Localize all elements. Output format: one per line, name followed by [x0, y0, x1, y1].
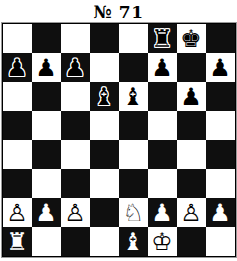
square-g4	[177, 140, 206, 169]
square-c6	[61, 82, 90, 111]
square-b7: ♟	[32, 53, 61, 82]
square-d5	[90, 111, 119, 140]
square-g8: ♚	[177, 24, 206, 53]
white-pawn: ♟	[151, 201, 173, 225]
square-g2: ♙	[177, 198, 206, 227]
black-pawn: ♟	[6, 56, 28, 80]
square-g1	[177, 227, 206, 256]
white-rook: ♜	[6, 230, 28, 254]
square-d4	[90, 140, 119, 169]
square-b1	[32, 227, 61, 256]
square-c7: ♟	[61, 53, 90, 82]
white-knight: ♘	[122, 201, 144, 225]
white-bishop: ♝	[122, 230, 144, 254]
square-a3	[3, 169, 32, 198]
square-d2	[90, 198, 119, 227]
square-d3	[90, 169, 119, 198]
square-a6	[3, 82, 32, 111]
white-pawn: ♙	[180, 201, 202, 225]
square-e5	[119, 111, 148, 140]
white-pawn: ♟	[35, 201, 57, 225]
square-c2: ♙	[61, 198, 90, 227]
square-f7: ♟	[148, 53, 177, 82]
square-a8	[3, 24, 32, 53]
square-b3	[32, 169, 61, 198]
black-pawn: ♟	[64, 56, 86, 80]
black-rook: ♜	[151, 27, 173, 51]
square-g7	[177, 53, 206, 82]
black-bishop: ♝	[122, 85, 144, 109]
square-b8	[32, 24, 61, 53]
square-b2: ♟	[32, 198, 61, 227]
white-pawn: ♙	[6, 201, 28, 225]
square-h3	[206, 169, 235, 198]
square-c1	[61, 227, 90, 256]
square-f8: ♜	[148, 24, 177, 53]
square-c3	[61, 169, 90, 198]
square-b4	[32, 140, 61, 169]
square-a2: ♙	[3, 198, 32, 227]
square-b5	[32, 111, 61, 140]
white-pawn: ♙	[64, 201, 86, 225]
square-d8	[90, 24, 119, 53]
square-g3	[177, 169, 206, 198]
square-e7	[119, 53, 148, 82]
black-pawn: ♟	[35, 56, 57, 80]
square-e1: ♝	[119, 227, 148, 256]
square-f5	[148, 111, 177, 140]
square-c8	[61, 24, 90, 53]
black-pawn: ♟	[151, 56, 173, 80]
square-h6	[206, 82, 235, 111]
square-a1: ♜	[3, 227, 32, 256]
square-e4	[119, 140, 148, 169]
square-g6: ♟	[177, 82, 206, 111]
square-f3	[148, 169, 177, 198]
diagram-number: № 71	[0, 0, 237, 23]
black-pawn: ♟	[180, 85, 202, 109]
square-h1	[206, 227, 235, 256]
square-g5	[177, 111, 206, 140]
square-d1	[90, 227, 119, 256]
square-h4	[206, 140, 235, 169]
chess-diagram-page: № 71 ♜♚♟♟♟♟♟♝♝♟♙♟♙♘♟♙♟♜♝♔	[0, 0, 237, 261]
square-f4	[148, 140, 177, 169]
square-f6	[148, 82, 177, 111]
black-bishop: ♝	[93, 85, 115, 109]
square-h8	[206, 24, 235, 53]
square-e6: ♝	[119, 82, 148, 111]
square-e3	[119, 169, 148, 198]
square-d6: ♝	[90, 82, 119, 111]
square-e8	[119, 24, 148, 53]
square-c5	[61, 111, 90, 140]
square-f2: ♟	[148, 198, 177, 227]
white-pawn: ♟	[209, 201, 231, 225]
chess-board: ♜♚♟♟♟♟♟♝♝♟♙♟♙♘♟♙♟♜♝♔	[2, 23, 236, 257]
square-b6	[32, 82, 61, 111]
black-king: ♚	[180, 27, 202, 51]
square-c4	[61, 140, 90, 169]
square-f1: ♔	[148, 227, 177, 256]
square-a7: ♟	[3, 53, 32, 82]
square-h2: ♟	[206, 198, 235, 227]
square-h5	[206, 111, 235, 140]
square-e2: ♘	[119, 198, 148, 227]
white-king: ♔	[151, 230, 173, 254]
square-a4	[3, 140, 32, 169]
square-h7: ♟	[206, 53, 235, 82]
square-d7	[90, 53, 119, 82]
black-pawn: ♟	[209, 56, 231, 80]
square-a5	[3, 111, 32, 140]
